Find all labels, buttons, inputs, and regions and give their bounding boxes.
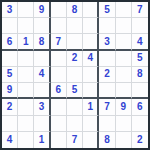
cell-r2c1[interactable] bbox=[2, 18, 18, 34]
cell-r6c7[interactable] bbox=[99, 83, 115, 99]
cell-r8c5[interactable] bbox=[67, 116, 83, 132]
cell-r8c9[interactable] bbox=[132, 116, 148, 132]
cell-r4c1[interactable] bbox=[2, 51, 18, 67]
cell-r5c2[interactable] bbox=[18, 67, 34, 83]
cell-r9c6[interactable] bbox=[83, 132, 99, 148]
cell-r3c6[interactable] bbox=[83, 34, 99, 50]
cell-r5c4[interactable] bbox=[51, 67, 67, 83]
cell-r6c3[interactable] bbox=[34, 83, 50, 99]
cell-r2c4[interactable] bbox=[51, 18, 67, 34]
cell-r7c3[interactable]: 3 bbox=[34, 99, 50, 115]
cell-r2c5[interactable] bbox=[67, 18, 83, 34]
cell-r2c2[interactable] bbox=[18, 18, 34, 34]
cell-r6c6[interactable] bbox=[83, 83, 99, 99]
cell-r7c9[interactable]: 6 bbox=[132, 99, 148, 115]
cell-r9c7[interactable]: 8 bbox=[99, 132, 115, 148]
cell-r6c1[interactable]: 9 bbox=[2, 83, 18, 99]
cell-r9c9[interactable]: 2 bbox=[132, 132, 148, 148]
cell-r9c8[interactable] bbox=[116, 132, 132, 148]
cell-r1c7[interactable]: 5 bbox=[99, 2, 115, 18]
cell-r2c9[interactable] bbox=[132, 18, 148, 34]
cell-r1c9[interactable]: 7 bbox=[132, 2, 148, 18]
cell-r1c6[interactable] bbox=[83, 2, 99, 18]
cell-r1c1[interactable]: 3 bbox=[2, 2, 18, 18]
cell-r7c4[interactable] bbox=[51, 99, 67, 115]
cell-r4c7[interactable] bbox=[99, 51, 115, 67]
cell-r8c2[interactable] bbox=[18, 116, 34, 132]
cell-r4c3[interactable] bbox=[34, 51, 50, 67]
cell-r2c7[interactable] bbox=[99, 18, 115, 34]
cell-r1c5[interactable]: 8 bbox=[67, 2, 83, 18]
cell-r6c9[interactable] bbox=[132, 83, 148, 99]
cell-r4c2[interactable] bbox=[18, 51, 34, 67]
cell-r2c8[interactable] bbox=[116, 18, 132, 34]
cell-r1c4[interactable] bbox=[51, 2, 67, 18]
cell-r8c6[interactable] bbox=[83, 116, 99, 132]
cell-r6c5[interactable]: 5 bbox=[67, 83, 83, 99]
cell-r6c8[interactable] bbox=[116, 83, 132, 99]
cell-r9c3[interactable]: 1 bbox=[34, 132, 50, 148]
cell-r1c2[interactable] bbox=[18, 2, 34, 18]
cell-r7c2[interactable] bbox=[18, 99, 34, 115]
cell-r4c8[interactable] bbox=[116, 51, 132, 67]
cell-r7c8[interactable]: 9 bbox=[116, 99, 132, 115]
cell-r3c8[interactable] bbox=[116, 34, 132, 50]
cell-r4c5[interactable]: 2 bbox=[67, 51, 83, 67]
cell-r7c5[interactable] bbox=[67, 99, 83, 115]
sudoku-board: 39857618734245542896523179641782 bbox=[0, 0, 150, 150]
cell-r9c4[interactable] bbox=[51, 132, 67, 148]
cell-r5c6[interactable] bbox=[83, 67, 99, 83]
cell-r3c2[interactable]: 1 bbox=[18, 34, 34, 50]
cell-r2c6[interactable] bbox=[83, 18, 99, 34]
cell-r3c4[interactable]: 7 bbox=[51, 34, 67, 50]
cell-r9c5[interactable]: 7 bbox=[67, 132, 83, 148]
cell-r5c5[interactable] bbox=[67, 67, 83, 83]
cell-r3c7[interactable]: 3 bbox=[99, 34, 115, 50]
cell-r2c3[interactable] bbox=[34, 18, 50, 34]
cell-r9c1[interactable]: 4 bbox=[2, 132, 18, 148]
cell-r3c9[interactable]: 4 bbox=[132, 34, 148, 50]
cell-r8c8[interactable] bbox=[116, 116, 132, 132]
cell-r4c4[interactable] bbox=[51, 51, 67, 67]
cell-r4c9[interactable]: 5 bbox=[132, 51, 148, 67]
cell-r8c1[interactable] bbox=[2, 116, 18, 132]
cell-r6c4[interactable]: 6 bbox=[51, 83, 67, 99]
cell-r1c3[interactable]: 9 bbox=[34, 2, 50, 18]
cell-r9c2[interactable] bbox=[18, 132, 34, 148]
cell-r4c6[interactable]: 4 bbox=[83, 51, 99, 67]
cell-r8c3[interactable] bbox=[34, 116, 50, 132]
cell-r5c1[interactable]: 5 bbox=[2, 67, 18, 83]
cell-r1c8[interactable] bbox=[116, 2, 132, 18]
cell-r5c3[interactable]: 4 bbox=[34, 67, 50, 83]
cell-r7c7[interactable]: 7 bbox=[99, 99, 115, 115]
cell-r3c3[interactable]: 8 bbox=[34, 34, 50, 50]
cell-r5c8[interactable] bbox=[116, 67, 132, 83]
cell-r7c1[interactable]: 2 bbox=[2, 99, 18, 115]
cell-r3c5[interactable] bbox=[67, 34, 83, 50]
cell-r7c6[interactable]: 1 bbox=[83, 99, 99, 115]
cell-r5c9[interactable]: 8 bbox=[132, 67, 148, 83]
cell-r8c4[interactable] bbox=[51, 116, 67, 132]
cell-r3c1[interactable]: 6 bbox=[2, 34, 18, 50]
cell-r6c2[interactable] bbox=[18, 83, 34, 99]
cell-r5c7[interactable]: 2 bbox=[99, 67, 115, 83]
cell-r8c7[interactable] bbox=[99, 116, 115, 132]
